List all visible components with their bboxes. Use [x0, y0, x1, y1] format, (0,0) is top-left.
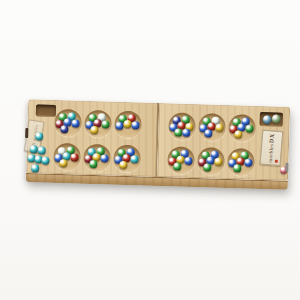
marble-green — [89, 160, 97, 168]
pit-right-top-3[interactable] — [228, 114, 256, 142]
marble-green — [203, 163, 211, 171]
marble-yellow — [90, 126, 98, 134]
board-right-half: DX marbles — [157, 103, 290, 181]
marble-blue — [182, 129, 190, 137]
left-pit-grid — [51, 105, 143, 176]
pit-left-top-3[interactable] — [114, 110, 142, 138]
marble-green — [245, 125, 253, 133]
marble-navy — [60, 125, 68, 133]
marble-blue — [71, 119, 79, 127]
marble-blue — [131, 121, 139, 129]
pit-left-bottom-2[interactable] — [83, 143, 111, 171]
marble-blue — [204, 129, 212, 137]
marble-yellow — [119, 161, 127, 169]
mancala-board: DX marbles — [26, 99, 290, 189]
marble-teal — [38, 146, 46, 154]
marble-teal — [130, 155, 138, 163]
marble-yellow — [215, 124, 223, 132]
pit-left-top-2[interactable] — [84, 109, 112, 137]
pit-left-bottom-3[interactable] — [113, 144, 141, 172]
board-left-half: DX marbles — [26, 99, 159, 177]
marble-yellow — [59, 159, 67, 167]
marble-yellow — [123, 120, 131, 128]
marble-teal — [35, 132, 43, 140]
marble-green — [173, 162, 181, 170]
pit-left-bottom-1[interactable] — [53, 142, 81, 170]
marble-yellow — [234, 130, 242, 138]
pit-right-bottom-2[interactable] — [197, 147, 225, 175]
marble-green — [174, 128, 182, 136]
marble-blue — [184, 157, 192, 165]
left-clasp-icon — [25, 128, 28, 138]
pit-right-top-2[interactable] — [198, 113, 226, 141]
marble-blue — [244, 159, 252, 167]
pit-left-top-1[interactable] — [54, 108, 82, 136]
left-store-stones — [28, 99, 59, 100]
photo-background: DX marbles — [0, 0, 300, 300]
pit-right-bottom-1[interactable] — [167, 146, 195, 174]
right-pit-grid — [165, 108, 257, 179]
pit-right-bottom-3[interactable] — [227, 148, 255, 176]
marble-red — [70, 153, 78, 161]
marble-teal — [41, 157, 49, 165]
marble-teal — [31, 164, 39, 172]
marble-green — [101, 120, 109, 128]
right-clasp-icon — [285, 163, 288, 172]
marble-green — [233, 164, 241, 172]
marble-yellow — [214, 158, 222, 166]
marble-blue — [100, 154, 108, 162]
marble-blue — [115, 122, 123, 130]
pit-right-top-1[interactable] — [168, 112, 196, 140]
